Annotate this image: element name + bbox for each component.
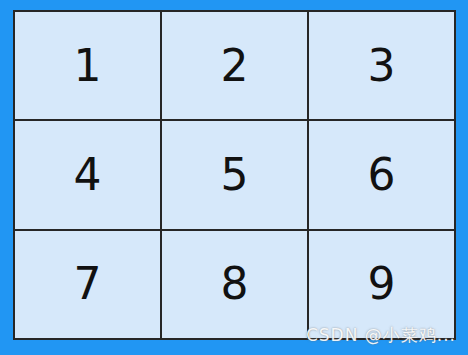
grid-cell-4[interactable]: 4 <box>15 121 160 228</box>
grid-cell-2[interactable]: 2 <box>162 12 307 119</box>
page-background: 123456789 CSDN @小菜鸡... <box>0 0 468 355</box>
grid-cell-9[interactable]: 9 <box>309 231 454 338</box>
grid-cell-6[interactable]: 6 <box>309 121 454 228</box>
grid-cell-3[interactable]: 3 <box>309 12 454 119</box>
number-grid-board: 123456789 <box>13 10 456 340</box>
grid-cell-1[interactable]: 1 <box>15 12 160 119</box>
grid-cell-8[interactable]: 8 <box>162 231 307 338</box>
grid-cell-7[interactable]: 7 <box>15 231 160 338</box>
grid-cell-5[interactable]: 5 <box>162 121 307 228</box>
